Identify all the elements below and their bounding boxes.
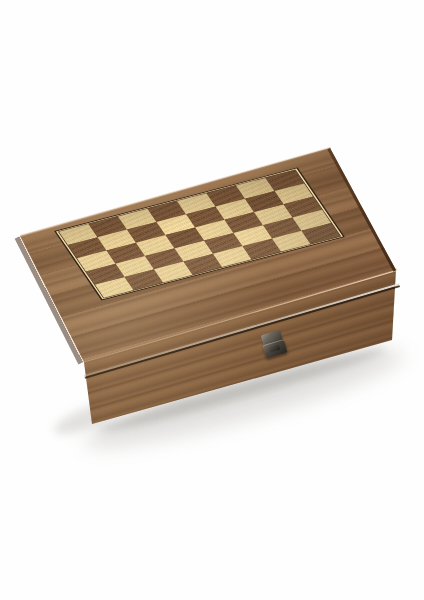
scene-background xyxy=(0,0,424,600)
